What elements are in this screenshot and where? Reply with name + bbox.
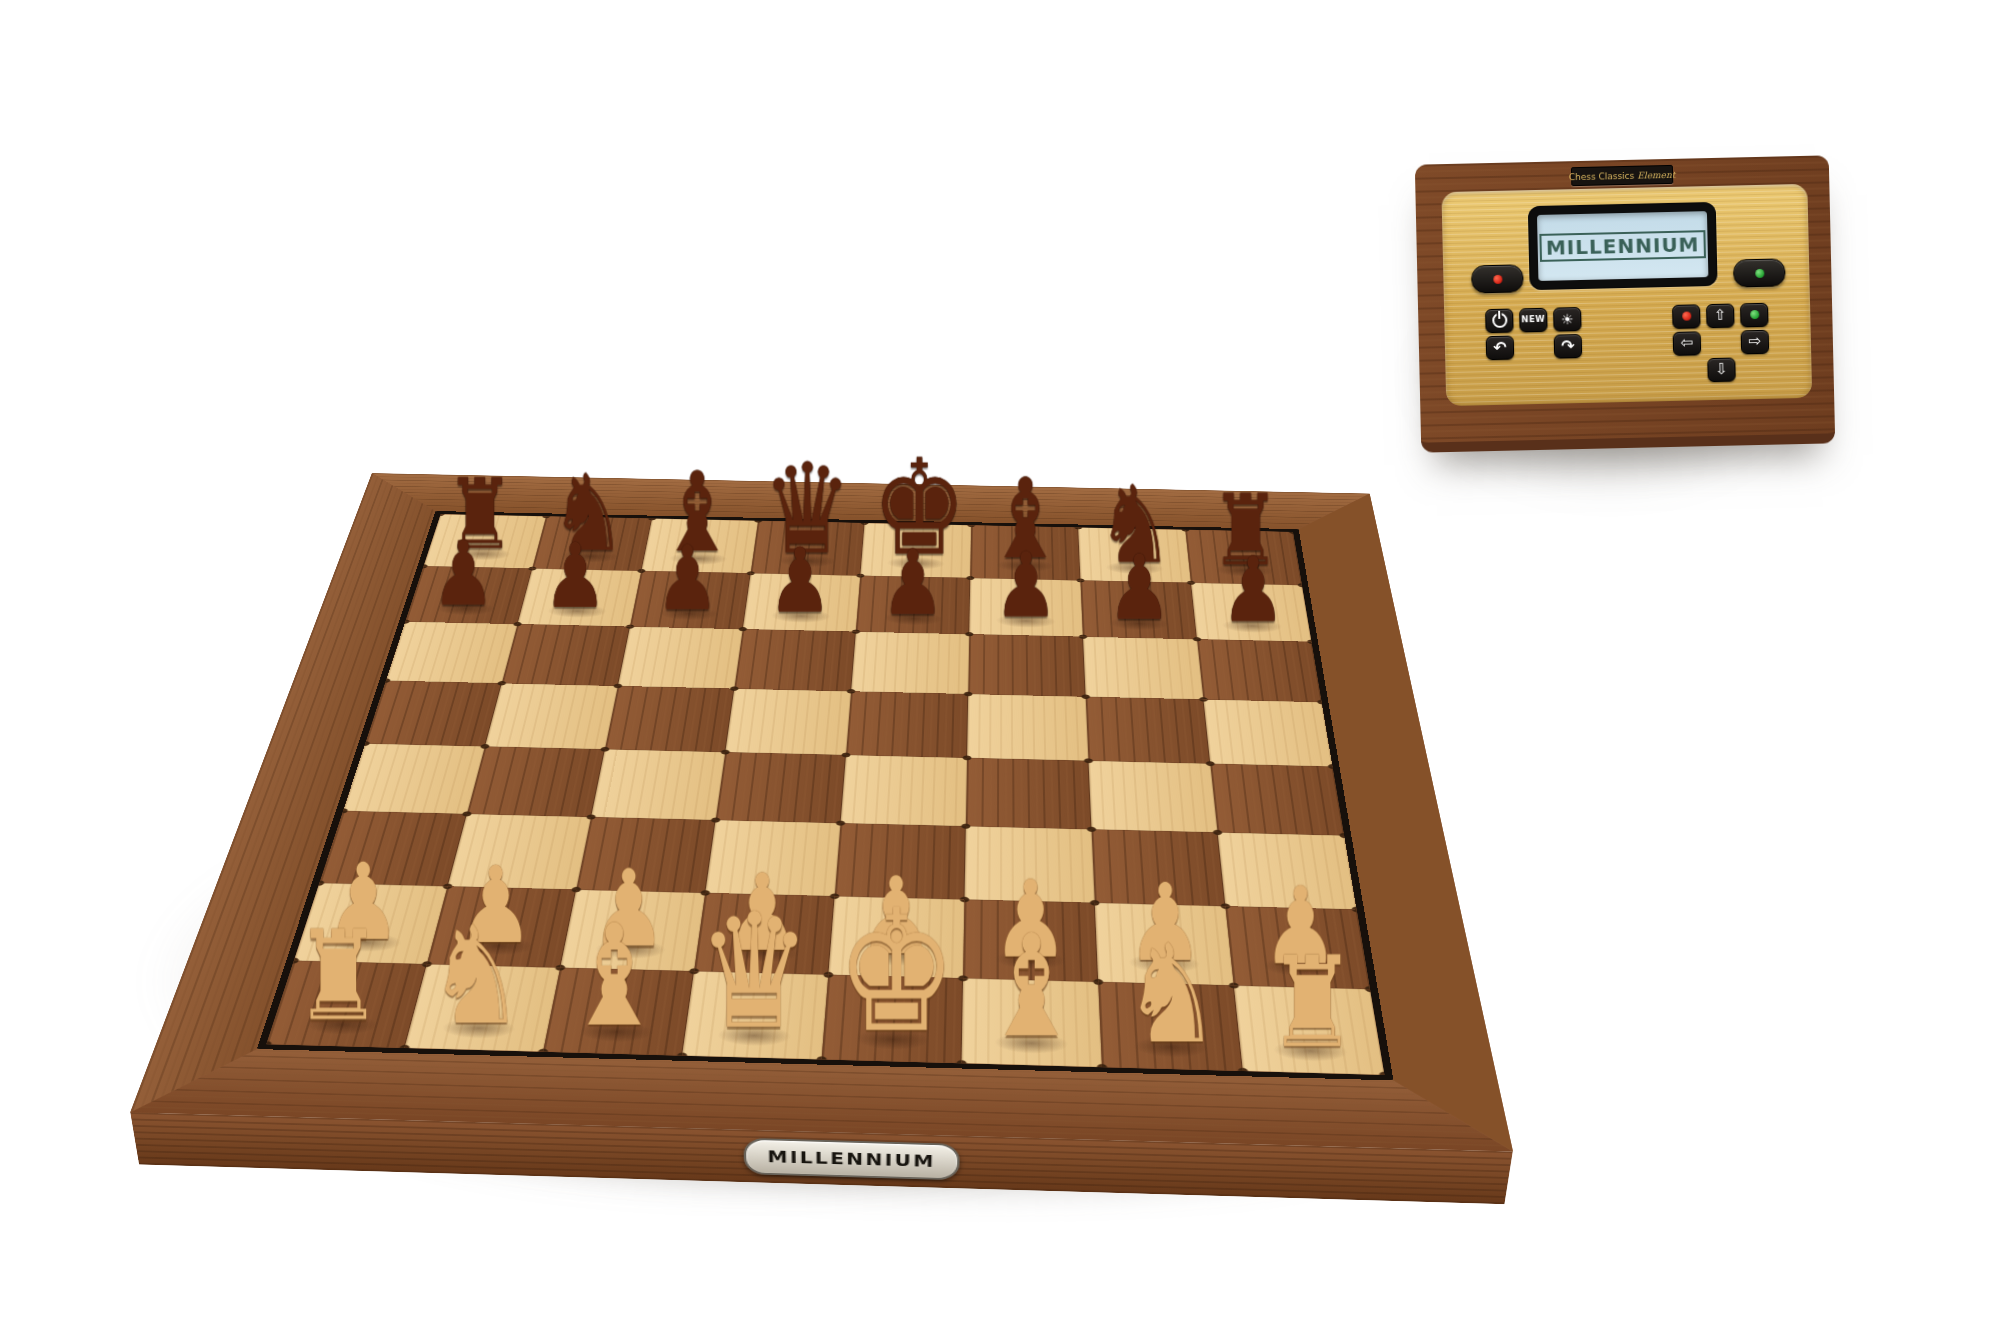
red-led-icon — [1682, 312, 1691, 321]
square-d4[interactable] — [716, 752, 846, 823]
down-button[interactable]: ⇩ — [1707, 357, 1736, 382]
square-f4[interactable] — [966, 758, 1092, 829]
black-pawn-g7[interactable]: ♟ — [1094, 546, 1185, 631]
white-knight-b1[interactable]: ♞ — [421, 911, 532, 1039]
lcd-display: MILLENNIUM — [1528, 202, 1718, 290]
power-icon — [1492, 313, 1507, 328]
sunburst-icon: ☀ — [1561, 312, 1574, 326]
square-g1[interactable]: ♞ — [1098, 982, 1243, 1071]
square-a5[interactable] — [365, 681, 501, 747]
black-pawn-d7[interactable]: ♟ — [755, 539, 845, 624]
undo-arrow-icon: ↶ — [1493, 339, 1507, 355]
nameplate-label: MILLENNIUM — [767, 1148, 936, 1171]
red-button[interactable] — [1672, 304, 1701, 329]
black-pawn-a7[interactable]: ♟ — [418, 532, 508, 617]
white-rook-a1[interactable]: ♜ — [283, 919, 394, 1036]
square-c4[interactable] — [591, 749, 725, 820]
right-arrow-icon: ⇨ — [1748, 334, 1761, 349]
product-photo-canvas: ♜♞♝♛♚♝♞♜♟♟♟♟♟♟♟♟♟♟♟♟♟♟♟♟♜♞♝♛♚♝♞♜ MILLENN… — [0, 0, 2000, 1334]
display-button-green[interactable] — [1733, 258, 1786, 287]
square-b5[interactable] — [485, 683, 618, 749]
square-d1[interactable]: ♛ — [682, 971, 828, 1059]
left-button[interactable]: ⇦ — [1673, 331, 1702, 356]
square-e5[interactable] — [846, 691, 968, 758]
square-h4[interactable] — [1210, 764, 1344, 836]
green-led-icon — [1755, 268, 1764, 277]
redo-button[interactable]: ↷ — [1554, 333, 1583, 358]
square-a1[interactable]: ♜ — [266, 961, 426, 1048]
millennium-nameplate: MILLENNIUM — [743, 1138, 960, 1181]
badge-main-label: Chess Classics — [1569, 170, 1635, 181]
square-f7[interactable]: ♟ — [969, 578, 1083, 637]
square-g6[interactable] — [1083, 637, 1203, 700]
square-c6[interactable] — [618, 627, 743, 689]
white-bishop-c1[interactable]: ♝ — [559, 911, 670, 1044]
board-grid: ♜♞♝♛♚♝♞♜♟♟♟♟♟♟♟♟♟♟♟♟♟♟♟♟♜♞♝♛♚♝♞♜ — [266, 514, 1384, 1075]
red-led-icon — [1493, 274, 1502, 283]
square-h5[interactable] — [1203, 699, 1332, 766]
square-e6[interactable] — [851, 632, 969, 694]
hint-button[interactable]: ☀ — [1553, 306, 1582, 331]
console-gold-panel: MILLENNIUM NEW☀↶↷ ⇧⇦⇨⇩ — [1441, 184, 1812, 406]
green-button[interactable] — [1740, 302, 1769, 327]
square-c5[interactable] — [605, 686, 734, 752]
down-arrow-icon: ⇩ — [1715, 362, 1728, 377]
square-a7[interactable]: ♟ — [405, 566, 532, 624]
board-playing-area: ♜♞♝♛♚♝♞♜♟♟♟♟♟♟♟♟♟♟♟♟♟♟♟♟♜♞♝♛♚♝♞♜ — [257, 511, 1394, 1080]
badge-script-label: Element — [1637, 169, 1675, 180]
square-c1[interactable]: ♝ — [543, 968, 694, 1056]
square-h6[interactable] — [1197, 639, 1322, 702]
square-f1[interactable]: ♝ — [962, 978, 1102, 1067]
control-console: Chess Classics Element MILLENNIUM NEW☀↶↷… — [1415, 155, 1835, 452]
up-arrow-icon: ⇧ — [1714, 308, 1727, 323]
button-cluster-left: NEW☀↶↷ — [1482, 305, 1585, 361]
lcd-screen: MILLENNIUM — [1537, 211, 1708, 281]
up-button[interactable]: ⇧ — [1706, 303, 1735, 328]
square-f5[interactable] — [967, 694, 1088, 761]
black-pawn-b7[interactable]: ♟ — [530, 534, 620, 619]
green-led-icon — [1750, 310, 1759, 319]
black-pawn-f7[interactable]: ♟ — [981, 543, 1072, 628]
white-bishop-f1[interactable]: ♝ — [976, 921, 1088, 1055]
white-rook-h1[interactable]: ♜ — [1256, 944, 1368, 1063]
square-d7[interactable]: ♟ — [743, 573, 861, 631]
left-arrow-icon: ⇦ — [1680, 335, 1693, 350]
square-g4[interactable] — [1088, 761, 1217, 833]
square-c7[interactable]: ♟ — [630, 571, 751, 629]
square-e1[interactable]: ♚ — [822, 975, 964, 1064]
chess-board: ♜♞♝♛♚♝♞♜♟♟♟♟♟♟♟♟♟♟♟♟♟♟♟♟♜♞♝♛♚♝♞♜ MILLENN… — [130, 473, 1513, 1151]
white-king-e1[interactable]: ♚ — [836, 892, 948, 1052]
square-g5[interactable] — [1086, 697, 1211, 764]
square-b7[interactable]: ♟ — [518, 569, 642, 627]
right-button[interactable]: ⇨ — [1741, 329, 1770, 354]
new-label: NEW — [1521, 315, 1545, 324]
console-model-badge: Chess Classics Element — [1571, 165, 1673, 186]
square-e4[interactable] — [841, 755, 968, 826]
square-h1[interactable]: ♜ — [1234, 986, 1385, 1075]
square-a4[interactable] — [343, 744, 485, 814]
black-pawn-h7[interactable]: ♟ — [1208, 548, 1299, 634]
square-a6[interactable] — [386, 622, 518, 684]
redo-arrow-icon: ↷ — [1561, 338, 1575, 354]
power-button[interactable] — [1485, 308, 1514, 333]
lcd-millennium-logo: MILLENNIUM — [1540, 230, 1706, 262]
black-pawn-e7[interactable]: ♟ — [868, 541, 958, 626]
button-cluster-right: ⇧⇦⇨⇩ — [1669, 301, 1773, 384]
undo-button[interactable]: ↶ — [1486, 335, 1515, 360]
display-button-red[interactable] — [1471, 264, 1524, 293]
white-knight-g1[interactable]: ♞ — [1116, 929, 1228, 1059]
square-d5[interactable] — [725, 689, 851, 755]
square-b6[interactable] — [502, 624, 630, 686]
square-e7[interactable]: ♟ — [856, 576, 970, 635]
square-f6[interactable] — [968, 634, 1085, 697]
square-b4[interactable] — [467, 746, 605, 817]
square-h7[interactable]: ♟ — [1191, 583, 1311, 642]
square-d6[interactable] — [734, 629, 856, 691]
square-g7[interactable]: ♟ — [1081, 580, 1198, 639]
square-b1[interactable]: ♞ — [405, 964, 561, 1052]
black-pawn-c7[interactable]: ♟ — [642, 536, 732, 621]
new-button[interactable]: NEW — [1519, 307, 1548, 332]
white-queen-d1[interactable]: ♛ — [697, 897, 808, 1048]
